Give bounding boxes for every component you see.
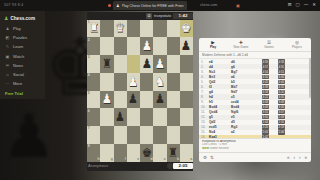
move-number: 9. — [201, 100, 209, 104]
white-move-time: 4:08 — [254, 100, 269, 104]
square-g7[interactable] — [100, 126, 113, 144]
black-move[interactable]: Bxd4 — [231, 105, 253, 109]
square-f1[interactable]: ♛ — [114, 20, 127, 38]
players-tab-icon: ◎ — [295, 40, 299, 45]
square-b7[interactable] — [167, 126, 180, 144]
move-number: 3. — [201, 70, 209, 74]
square-b2[interactable] — [167, 37, 180, 55]
tab-label: Players — [292, 45, 302, 49]
tab-label: Games — [264, 45, 274, 49]
white-rook-piece[interactable]: ♜ — [88, 22, 98, 35]
black-move-time: 4:58 — [270, 59, 285, 63]
white-move[interactable]: h4 — [209, 95, 231, 99]
square-d1[interactable] — [140, 20, 153, 38]
black-move[interactable]: a2 — [231, 130, 253, 134]
square-c8[interactable]: c — [153, 144, 166, 162]
square-d5[interactable] — [140, 91, 153, 109]
black-move-time: 3:48 — [270, 100, 285, 104]
tab-label: Play — [210, 45, 216, 49]
square-e6[interactable] — [127, 108, 140, 126]
learn-icon: ✎ — [5, 44, 10, 49]
sidebar-item-label: Watch — [13, 54, 24, 59]
white-move[interactable]: e4 — [209, 60, 231, 64]
opening-row[interactable]: Modern Defense with 1...d6 2.d4 — [199, 52, 311, 59]
tab-label: New Game — [233, 45, 248, 49]
black-pawn-piece[interactable]: ♟ — [181, 39, 191, 52]
square-g5[interactable]: ♟ — [100, 91, 113, 109]
browser-titlebar: 507 93 8:4 ♟ Play Chess Online for FREE … — [0, 0, 320, 11]
sidebar-item-label: Social — [13, 72, 24, 77]
square-d2[interactable]: ♟ — [140, 37, 153, 55]
square-e1[interactable] — [127, 20, 140, 38]
square-d4[interactable] — [140, 73, 153, 91]
player-bar: Anonymous 2:05 — [87, 162, 193, 171]
black-move[interactable]: c5 — [231, 95, 253, 99]
tab-title: Play Chess Online for FREE with Frien — [122, 4, 184, 8]
square-e3[interactable] — [127, 55, 140, 73]
new-badge: NEW — [202, 147, 210, 150]
sidebar-item-play[interactable]: ♟Play — [0, 24, 45, 33]
square-a2[interactable]: ♟ — [180, 37, 193, 55]
square-a6[interactable] — [180, 108, 193, 126]
opponent-clock: 1:42 — [173, 13, 193, 19]
square-b4[interactable] — [167, 73, 180, 91]
last-move-icon[interactable]: » — [304, 155, 307, 160]
white-move[interactable]: Be3 — [209, 75, 231, 79]
social-icon: ☺ — [5, 72, 10, 77]
square-e7[interactable] — [127, 126, 140, 144]
tab-favicon-icon: ♟ — [116, 3, 120, 8]
sidebar-item-more[interactable]: ⋯More — [0, 79, 45, 88]
square-f4[interactable] — [114, 73, 127, 91]
square-f5[interactable] — [114, 91, 127, 109]
tab-url-text[interactable]: chess.com — [200, 3, 217, 7]
black-move-time: 4:40 — [270, 80, 285, 84]
square-c1[interactable] — [153, 20, 166, 38]
move-number: 8. — [201, 95, 209, 99]
window-button-icon[interactable]: — — [304, 2, 309, 7]
square-g2[interactable] — [100, 37, 113, 55]
white-move-time: 4:57 — [254, 64, 269, 68]
square-g1[interactable] — [100, 20, 113, 38]
window-button-icon[interactable]: ⊞ — [288, 2, 292, 7]
black-move-time: 2:18 — [270, 125, 285, 129]
move-number: 1. — [201, 60, 209, 64]
black-move[interactable]: Bg7 — [231, 70, 253, 74]
sidebar-item-watch[interactable]: ▣Watch — [0, 52, 45, 61]
square-c5[interactable]: ♟ — [153, 91, 166, 109]
square-b8[interactable]: ♜b — [167, 144, 180, 162]
rank-label: 7 — [88, 126, 90, 130]
white-move[interactable]: g4 — [209, 90, 231, 94]
black-move-time: 2:06 — [270, 130, 285, 134]
sidebar-item-learn[interactable]: ✎Learn — [0, 42, 45, 51]
square-c2[interactable] — [153, 37, 166, 55]
black-rook-piece[interactable]: ♜ — [102, 57, 112, 70]
sidebar-item-label: Puzzles — [13, 35, 27, 40]
white-move[interactable]: Bxd4 — [209, 105, 231, 109]
logo-text: Chess.com — [10, 16, 35, 21]
site-sidebar: ♟ Chess.com ♟Play◩Puzzles✎Learn▣Watch✉Ne… — [0, 11, 45, 99]
move-number: 5. — [201, 80, 209, 84]
square-f7[interactable] — [114, 126, 127, 144]
white-move-time: 2:44 — [254, 120, 269, 124]
white-move[interactable]: exd5 — [209, 125, 231, 129]
logo-pawn-icon: ♟ — [4, 15, 8, 21]
square-b1[interactable] — [167, 20, 180, 38]
black-move-time: 3:07 — [270, 110, 285, 114]
white-move-time: 4:59 — [254, 59, 269, 63]
flip-board-icon[interactable]: ⇅ — [210, 155, 214, 160]
sidebar-item-label: More — [13, 81, 22, 86]
player-name[interactable]: Anonymous — [88, 164, 108, 168]
rank-label: 4 — [88, 73, 90, 77]
square-a1[interactable]: ♚ — [180, 20, 193, 38]
move-number: 4. — [201, 75, 209, 79]
player-clock: 2:05 — [173, 163, 193, 169]
opponent-name[interactable]: truepotato — [154, 14, 171, 18]
browser-tab[interactable]: ♟ Play Chess Online for FREE with Frien — [113, 1, 187, 10]
black-move-time: 4:05 — [270, 95, 285, 99]
white-pawn-piece[interactable]: ♟ — [128, 75, 138, 88]
panel-footer-line: NEW Game Review — [202, 147, 308, 151]
rank-label: 5 — [88, 91, 90, 95]
white-move-time: 4:39 — [254, 85, 269, 89]
sidebar-item-news[interactable]: ✉News — [0, 61, 45, 70]
black-move-time: 2:49 — [270, 115, 285, 119]
app-window: { "game": "chess", "position": { "fen": … — [0, 0, 320, 180]
square-h4[interactable]: 4 — [87, 73, 100, 91]
panel-tab-new-game[interactable]: ✚New Game — [227, 38, 255, 51]
opening-name: Modern Defense with 1...d6 2.d4 — [202, 53, 248, 57]
square-g3[interactable]: ♜ — [100, 55, 113, 73]
square-b6[interactable] — [167, 108, 180, 126]
square-d7[interactable] — [140, 126, 153, 144]
square-g6[interactable] — [100, 108, 113, 126]
square-a5[interactable] — [180, 91, 193, 109]
black-move-time: 4:51 — [270, 69, 285, 73]
square-h2[interactable]: 2 — [87, 37, 100, 55]
panel-scrollbar[interactable] — [309, 58, 311, 98]
black-move[interactable]: Bb7 — [231, 85, 253, 89]
black-move[interactable]: cxd4 — [231, 100, 253, 104]
move-number: 2. — [201, 65, 209, 69]
chess-board[interactable]: ♜1♛♚2♟♟3♜♟♟4♟♞5♟♟♟6♟78hgfe♚dc♜ba — [87, 20, 193, 162]
sidebar-item-puzzles[interactable]: ◩Puzzles — [0, 33, 45, 42]
square-b5[interactable] — [167, 91, 180, 109]
games-tab-icon: ☰ — [267, 40, 271, 45]
move-list[interactable]: 1.e4d64:594:582.d4g64:574:553.Nc3Bg74:54… — [199, 59, 311, 138]
square-e4[interactable]: ♟ — [127, 73, 140, 91]
white-move[interactable]: Nc3 — [209, 70, 231, 74]
square-h3[interactable]: 3 — [87, 55, 100, 73]
white-move-time: 3:05 — [254, 115, 269, 119]
square-d3[interactable]: ♟ — [140, 55, 153, 73]
black-move[interactable]: d5 — [231, 120, 253, 124]
square-e8[interactable]: e — [127, 144, 140, 162]
white-king-piece[interactable]: ♚ — [181, 22, 191, 35]
white-pawn-piece[interactable]: ♟ — [141, 39, 151, 52]
black-move[interactable]: a6 — [231, 75, 253, 79]
rank-label: 2 — [88, 38, 90, 42]
move-controls: ⚙⇅ «‹›» — [199, 152, 311, 162]
white-knight-piece[interactable]: ♞ — [155, 75, 165, 88]
panel-tab-games[interactable]: ☰Games — [255, 38, 283, 51]
white-move[interactable]: Qxd4 — [209, 110, 231, 114]
white-move[interactable]: Nc4 — [209, 130, 231, 134]
black-move-time: 3:30 — [270, 105, 285, 109]
black-move[interactable]: Rg3 — [231, 125, 253, 129]
white-move[interactable]: d4 — [209, 65, 231, 69]
sidebar-item-social[interactable]: ☺Social — [0, 70, 45, 79]
square-f3[interactable] — [114, 55, 127, 73]
black-pawn-piece[interactable]: ♟ — [128, 93, 138, 106]
square-f2[interactable] — [114, 37, 127, 55]
sidebar-item-label: News — [13, 63, 23, 68]
move-number: 6. — [201, 85, 209, 89]
white-move[interactable]: Qd2 — [209, 80, 231, 84]
black-move[interactable]: Ngf6 — [231, 110, 253, 114]
white-move[interactable]: g5 — [209, 115, 231, 119]
white-move-time: 4:22 — [254, 95, 269, 99]
square-h8[interactable]: 8h — [87, 144, 100, 162]
white-move[interactable]: Qd2 — [209, 120, 231, 124]
black-move[interactable]: g6 — [231, 65, 253, 69]
square-a7[interactable] — [180, 126, 193, 144]
square-c3[interactable]: ♟ — [153, 55, 166, 73]
rank-label: 8 — [88, 144, 90, 148]
opponent-avatar[interactable]: ♔ — [146, 13, 152, 19]
square-h5[interactable]: 5 — [87, 91, 100, 109]
square-d8[interactable]: ♚d — [140, 144, 153, 162]
window-button-icon[interactable]: ✕ — [312, 2, 316, 7]
new game-tab-icon: ✚ — [239, 40, 243, 45]
white-pawn-piece[interactable]: ♟ — [155, 57, 165, 70]
white-move[interactable]: f3 — [209, 85, 231, 89]
rank-label: 6 — [88, 109, 90, 113]
move-number: 13. — [201, 120, 209, 124]
black-move-time: 4:31 — [270, 85, 285, 89]
black-move[interactable]: b5 — [231, 80, 253, 84]
black-pawn-piece[interactable]: ♟ — [155, 93, 165, 106]
free-trial-link[interactable]: Free Trial — [5, 91, 40, 96]
play-tab-icon: ▶ — [211, 40, 214, 45]
white-move-time: 2:20 — [254, 125, 269, 129]
black-move-time: 2:31 — [270, 120, 285, 124]
square-a3[interactable] — [180, 55, 193, 73]
prev-move-icon[interactable]: ‹ — [293, 155, 295, 160]
white-pawn-piece[interactable]: ♟ — [102, 93, 112, 106]
move-number: 15. — [201, 130, 209, 134]
black-move-time: 4:55 — [270, 64, 285, 68]
news-icon: ✉ — [5, 63, 10, 68]
white-move-time: 3:49 — [254, 105, 269, 109]
white-move[interactable]: h5 — [209, 100, 231, 104]
window-controls: ⊞▢—✕ — [288, 2, 316, 7]
black-move[interactable]: d6 — [231, 60, 253, 64]
white-move-time: 4:45 — [254, 80, 269, 84]
white-move-time: 3:31 — [254, 110, 269, 114]
square-h7[interactable]: 7 — [87, 126, 100, 144]
square-f8[interactable]: f — [114, 144, 127, 162]
opponent-player-bar: ♔ truepotato 1:42 — [87, 12, 193, 20]
rank-label: 1 — [88, 20, 90, 24]
extension-icon[interactable]: ▣ — [236, 3, 240, 8]
white-move-time: 4:54 — [254, 69, 269, 73]
square-a4[interactable] — [180, 73, 193, 91]
white-move-time: 4:50 — [254, 75, 269, 79]
window-button-icon[interactable]: ▢ — [295, 2, 299, 7]
square-e2[interactable] — [127, 37, 140, 55]
play-icon: ♟ — [5, 26, 10, 31]
black-pawn-piece[interactable]: ♟ — [141, 57, 151, 70]
black-move[interactable]: Nd7 — [231, 90, 253, 94]
square-g8[interactable]: g — [100, 144, 113, 162]
move-number: 11. — [201, 110, 209, 114]
record-dot-icon — [108, 4, 111, 7]
square-e5[interactable]: ♟ — [127, 91, 140, 109]
white-move-time: 4:33 — [254, 90, 269, 94]
black-pawn-piece[interactable]: ♟ — [115, 110, 125, 123]
first-move-icon[interactable]: « — [287, 155, 290, 160]
rank-label: 3 — [88, 55, 90, 59]
overlay-stats-text: 507 93 8:4 — [4, 3, 24, 7]
black-move-time: 4:46 — [270, 75, 285, 79]
puzzles-icon: ◩ — [5, 35, 10, 40]
white-move-time: 2:01 — [254, 130, 269, 134]
square-f6[interactable]: ♟ — [114, 108, 127, 126]
more-icon: ⋯ — [5, 81, 10, 86]
chesscom-logo[interactable]: ♟ Chess.com — [0, 13, 45, 24]
panel-tabs: ▶Play✚New Game☰Games◎Players — [199, 38, 311, 52]
game-panel: ▶Play✚New Game☰Games◎Players Modern Defe… — [199, 38, 311, 162]
sidebar-item-label: Play — [13, 26, 21, 31]
move-number: 7. — [201, 90, 209, 94]
move-number: 10. — [201, 105, 209, 109]
square-c6[interactable] — [153, 108, 166, 126]
square-d6[interactable] — [140, 108, 153, 126]
panel-footer: truepotato vs AnonymousLive Chess · 5 mi… — [199, 138, 311, 152]
square-h1[interactable]: ♜1 — [87, 20, 100, 38]
black-move[interactable]: e5 — [231, 115, 253, 119]
black-move-time: 4:20 — [270, 90, 285, 94]
square-c4[interactable]: ♞ — [153, 73, 166, 91]
square-c7[interactable] — [153, 126, 166, 144]
sidebar-item-label: Learn — [13, 44, 23, 49]
watch-icon: ▣ — [5, 54, 10, 59]
white-queen-piece[interactable]: ♛ — [115, 22, 125, 35]
square-a8[interactable]: a — [180, 144, 193, 162]
panel-tab-play[interactable]: ▶Play — [199, 38, 227, 51]
square-g4[interactable] — [100, 73, 113, 91]
move-number: 14. — [201, 125, 209, 129]
square-b3[interactable] — [167, 55, 180, 73]
move-number: 12. — [201, 115, 209, 119]
square-h6[interactable]: 6 — [87, 108, 100, 126]
settings-gear-icon[interactable]: ⚙ — [203, 155, 207, 160]
next-move-icon[interactable]: › — [299, 155, 301, 160]
panel-tab-players[interactable]: ◎Players — [283, 38, 311, 51]
